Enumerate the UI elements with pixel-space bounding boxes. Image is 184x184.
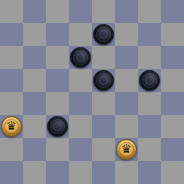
square-r3c0[interactable] xyxy=(0,69,23,92)
square-r1c3 xyxy=(69,23,92,46)
square-r2c5[interactable] xyxy=(115,46,138,69)
square-r6c4 xyxy=(92,138,115,161)
gold-king-piece[interactable]: ♛ xyxy=(1,116,22,137)
square-r6c6 xyxy=(138,138,161,161)
square-r4c0 xyxy=(0,92,23,115)
square-r6c3[interactable] xyxy=(69,138,92,161)
king-crown-icon: ♛ xyxy=(121,143,132,155)
square-r5c4[interactable] xyxy=(92,115,115,138)
square-r3c3 xyxy=(69,69,92,92)
dark-man-piece[interactable] xyxy=(93,70,114,91)
square-r0c1[interactable] xyxy=(23,0,46,23)
square-r4c6 xyxy=(138,92,161,115)
square-r2c1[interactable] xyxy=(23,46,46,69)
square-r3c2[interactable] xyxy=(46,69,69,92)
dark-man-piece[interactable] xyxy=(93,24,114,45)
square-r0c6 xyxy=(138,0,161,23)
square-r2c0 xyxy=(0,46,23,69)
square-r1c4[interactable] xyxy=(92,23,115,46)
square-r7c7 xyxy=(161,161,184,184)
square-r0c2 xyxy=(46,0,69,23)
square-r7c5 xyxy=(115,161,138,184)
dark-man-piece[interactable] xyxy=(70,47,91,68)
square-r0c4 xyxy=(92,0,115,23)
square-r1c7 xyxy=(161,23,184,46)
square-r5c2[interactable] xyxy=(46,115,69,138)
square-r3c4[interactable] xyxy=(92,69,115,92)
square-r3c5 xyxy=(115,69,138,92)
square-r1c6[interactable] xyxy=(138,23,161,46)
square-r0c0 xyxy=(0,0,23,23)
checkers-board: ♛♛ xyxy=(0,0,184,184)
square-r7c4[interactable] xyxy=(92,161,115,184)
square-r6c1[interactable] xyxy=(23,138,46,161)
square-r6c0 xyxy=(0,138,23,161)
square-r7c1 xyxy=(23,161,46,184)
square-r6c7[interactable] xyxy=(161,138,184,161)
square-r3c1 xyxy=(23,69,46,92)
square-r7c6[interactable] xyxy=(138,161,161,184)
square-r1c1 xyxy=(23,23,46,46)
square-r2c6 xyxy=(138,46,161,69)
square-r0c3[interactable] xyxy=(69,0,92,23)
square-r0c5[interactable] xyxy=(115,0,138,23)
square-r2c2 xyxy=(46,46,69,69)
square-r3c7 xyxy=(161,69,184,92)
dark-man-piece[interactable] xyxy=(139,70,160,91)
square-r2c3[interactable] xyxy=(69,46,92,69)
square-r5c6[interactable] xyxy=(138,115,161,138)
square-r4c7[interactable] xyxy=(161,92,184,115)
square-r1c0[interactable] xyxy=(0,23,23,46)
square-r7c2[interactable] xyxy=(46,161,69,184)
square-r4c2 xyxy=(46,92,69,115)
square-r5c5 xyxy=(115,115,138,138)
square-r0c7[interactable] xyxy=(161,0,184,23)
square-r5c0[interactable]: ♛ xyxy=(0,115,23,138)
king-crown-icon: ♛ xyxy=(6,120,17,132)
square-r1c5 xyxy=(115,23,138,46)
dark-man-piece[interactable] xyxy=(47,116,68,137)
square-r2c7[interactable] xyxy=(161,46,184,69)
square-r4c4 xyxy=(92,92,115,115)
square-r7c0[interactable] xyxy=(0,161,23,184)
square-r5c7 xyxy=(161,115,184,138)
square-r1c2[interactable] xyxy=(46,23,69,46)
square-r6c2 xyxy=(46,138,69,161)
gold-king-piece[interactable]: ♛ xyxy=(116,139,137,160)
square-r5c1 xyxy=(23,115,46,138)
square-r4c3[interactable] xyxy=(69,92,92,115)
square-r3c6[interactable] xyxy=(138,69,161,92)
square-r7c3 xyxy=(69,161,92,184)
square-r2c4 xyxy=(92,46,115,69)
square-r5c3 xyxy=(69,115,92,138)
square-r4c1[interactable] xyxy=(23,92,46,115)
square-r4c5[interactable] xyxy=(115,92,138,115)
square-r6c5[interactable]: ♛ xyxy=(115,138,138,161)
